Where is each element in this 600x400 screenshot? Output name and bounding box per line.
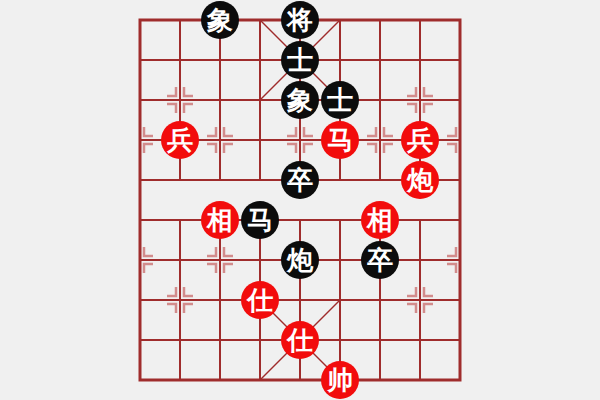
- red-soldier[interactable]: 兵: [161, 121, 199, 159]
- red-elephant[interactable]: 相: [201, 201, 239, 239]
- red-advisor[interactable]: 仕: [241, 281, 279, 319]
- red-elephant[interactable]: 相: [361, 201, 399, 239]
- red-advisor[interactable]: 仕: [281, 321, 319, 359]
- xiangqi-board[interactable]: 象将士象士兵马兵卒炮相马相炮卒仕仕帅: [120, 0, 480, 400]
- red-general[interactable]: 帅: [321, 361, 359, 399]
- red-cannon[interactable]: 炮: [401, 161, 439, 199]
- black-elephant[interactable]: 象: [201, 1, 239, 39]
- black-horse[interactable]: 马: [241, 201, 279, 239]
- red-soldier[interactable]: 兵: [401, 121, 439, 159]
- xiangqi-app: 象将士象士兵马兵卒炮相马相炮卒仕仕帅: [0, 0, 600, 400]
- red-horse[interactable]: 马: [321, 121, 359, 159]
- black-soldier[interactable]: 卒: [361, 241, 399, 279]
- black-general[interactable]: 将: [281, 1, 319, 39]
- black-advisor[interactable]: 士: [321, 81, 359, 119]
- black-cannon[interactable]: 炮: [281, 241, 319, 279]
- black-soldier[interactable]: 卒: [281, 161, 319, 199]
- black-elephant[interactable]: 象: [281, 81, 319, 119]
- black-advisor[interactable]: 士: [281, 41, 319, 79]
